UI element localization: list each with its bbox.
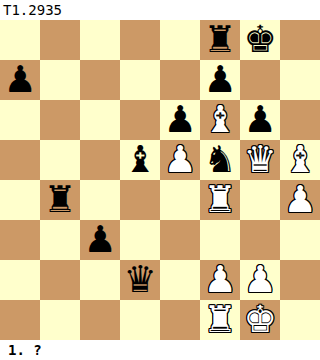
move-prompt: 1. ? (0, 340, 320, 360)
square-b8[interactable] (40, 20, 80, 60)
square-h7[interactable] (280, 60, 320, 100)
square-e8[interactable] (160, 20, 200, 60)
square-b5[interactable] (40, 140, 80, 180)
piece-black-bishop: ♝ (123, 140, 156, 180)
square-d1[interactable] (120, 300, 160, 340)
piece-white-queen: ♛ (243, 140, 276, 180)
square-d8[interactable] (120, 20, 160, 60)
piece-black-rook: ♜ (43, 180, 76, 220)
piece-white-bishop: ♝ (283, 140, 316, 180)
puzzle-title: T1.2935 (0, 0, 320, 20)
square-a5[interactable] (0, 140, 40, 180)
square-e4[interactable] (160, 180, 200, 220)
piece-white-pawn: ♟ (203, 260, 236, 300)
square-a8[interactable] (0, 20, 40, 60)
square-e3[interactable] (160, 220, 200, 260)
piece-white-rook: ♜ (203, 300, 236, 340)
square-a7[interactable]: ♟ (0, 60, 40, 100)
piece-black-king: ♚ (243, 20, 276, 60)
square-b2[interactable] (40, 260, 80, 300)
square-h8[interactable] (280, 20, 320, 60)
square-b7[interactable] (40, 60, 80, 100)
piece-black-knight: ♞ (203, 140, 236, 180)
square-c6[interactable] (80, 100, 120, 140)
square-h3[interactable] (280, 220, 320, 260)
square-a3[interactable] (0, 220, 40, 260)
square-a2[interactable] (0, 260, 40, 300)
square-b1[interactable] (40, 300, 80, 340)
square-h5[interactable]: ♝ (280, 140, 320, 180)
square-f6[interactable]: ♝ (200, 100, 240, 140)
piece-black-pawn: ♟ (243, 100, 276, 140)
square-f3[interactable] (200, 220, 240, 260)
square-e1[interactable] (160, 300, 200, 340)
square-c1[interactable] (80, 300, 120, 340)
piece-black-pawn: ♟ (163, 100, 196, 140)
square-g2[interactable]: ♟ (240, 260, 280, 300)
square-b6[interactable] (40, 100, 80, 140)
square-d3[interactable] (120, 220, 160, 260)
square-c5[interactable] (80, 140, 120, 180)
piece-black-pawn: ♟ (203, 60, 236, 100)
square-h2[interactable] (280, 260, 320, 300)
square-c8[interactable] (80, 20, 120, 60)
square-f8[interactable]: ♜ (200, 20, 240, 60)
square-g6[interactable]: ♟ (240, 100, 280, 140)
square-g4[interactable] (240, 180, 280, 220)
square-c4[interactable] (80, 180, 120, 220)
square-d4[interactable] (120, 180, 160, 220)
piece-white-pawn: ♟ (283, 180, 316, 220)
square-f4[interactable]: ♜ (200, 180, 240, 220)
square-c7[interactable] (80, 60, 120, 100)
square-d5[interactable]: ♝ (120, 140, 160, 180)
square-h6[interactable] (280, 100, 320, 140)
square-c2[interactable] (80, 260, 120, 300)
piece-black-pawn: ♟ (83, 220, 116, 260)
square-f5[interactable]: ♞ (200, 140, 240, 180)
piece-black-pawn: ♟ (3, 60, 36, 100)
square-b3[interactable] (40, 220, 80, 260)
piece-white-king: ♚ (243, 300, 276, 340)
piece-white-bishop: ♝ (203, 100, 236, 140)
chess-board: ♜♚♟♟♟♝♟♝♟♞♛♝♜♜♟♟♛♟♟♜♚ (0, 20, 320, 340)
piece-black-rook: ♜ (203, 20, 236, 60)
square-e2[interactable] (160, 260, 200, 300)
square-e5[interactable]: ♟ (160, 140, 200, 180)
square-g5[interactable]: ♛ (240, 140, 280, 180)
piece-black-queen: ♛ (123, 260, 156, 300)
piece-white-pawn: ♟ (163, 140, 196, 180)
square-h4[interactable]: ♟ (280, 180, 320, 220)
square-a1[interactable] (0, 300, 40, 340)
square-g8[interactable]: ♚ (240, 20, 280, 60)
square-b4[interactable]: ♜ (40, 180, 80, 220)
square-h1[interactable] (280, 300, 320, 340)
square-g7[interactable] (240, 60, 280, 100)
piece-white-rook: ♜ (203, 180, 236, 220)
square-d6[interactable] (120, 100, 160, 140)
square-g3[interactable] (240, 220, 280, 260)
square-e6[interactable]: ♟ (160, 100, 200, 140)
square-f1[interactable]: ♜ (200, 300, 240, 340)
square-e7[interactable] (160, 60, 200, 100)
square-f2[interactable]: ♟ (200, 260, 240, 300)
square-c3[interactable]: ♟ (80, 220, 120, 260)
square-g1[interactable]: ♚ (240, 300, 280, 340)
square-d2[interactable]: ♛ (120, 260, 160, 300)
square-a6[interactable] (0, 100, 40, 140)
square-a4[interactable] (0, 180, 40, 220)
piece-white-pawn: ♟ (243, 260, 276, 300)
square-d7[interactable] (120, 60, 160, 100)
square-f7[interactable]: ♟ (200, 60, 240, 100)
